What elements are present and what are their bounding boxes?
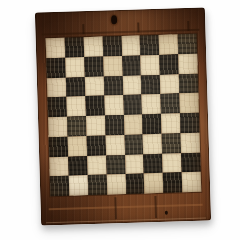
- board-square-dark: [179, 73, 198, 93]
- board-square-dark: [49, 136, 68, 156]
- board-square-light: [66, 96, 85, 116]
- board-square-light: [85, 76, 104, 96]
- board-square-light: [181, 132, 200, 152]
- board-square-light: [87, 155, 106, 175]
- board-square-dark: [141, 74, 160, 94]
- wooden-frame: [35, 8, 211, 226]
- board-square-light: [104, 95, 123, 115]
- board-square-light: [161, 113, 180, 133]
- board-square-light: [160, 74, 179, 94]
- board-square-light: [122, 75, 141, 95]
- photo-background: [0, 0, 240, 240]
- board-square-dark: [162, 133, 181, 153]
- board-square-dark: [140, 35, 159, 55]
- board-square-dark: [46, 57, 65, 77]
- board-square-light: [144, 173, 163, 193]
- board-square-light: [67, 136, 86, 156]
- board-square-light: [47, 77, 66, 97]
- board-square-dark: [85, 96, 104, 116]
- board-square-dark: [50, 176, 69, 196]
- board-square-light: [69, 175, 88, 195]
- board-square-dark: [125, 174, 144, 194]
- board-square-light: [178, 54, 197, 74]
- board-square-light: [123, 114, 142, 134]
- board-square-light: [105, 135, 124, 155]
- board-square-dark: [123, 95, 142, 115]
- board-square-light: [83, 37, 102, 57]
- board-square-light: [162, 153, 181, 173]
- board-square-dark: [106, 154, 125, 174]
- board-square-light: [65, 57, 84, 77]
- bottom-rail-joint: [114, 197, 116, 219]
- board-square-dark: [105, 115, 124, 135]
- board-square-dark: [180, 113, 199, 133]
- board-square-light: [159, 34, 178, 54]
- board-square-dark: [178, 34, 197, 54]
- hanging-hole: [111, 15, 117, 24]
- board-square-light: [141, 55, 160, 75]
- board-square-light: [103, 56, 122, 76]
- bottom-rail-joint: [154, 196, 156, 218]
- board-square-dark: [86, 135, 105, 155]
- board-square-light: [182, 172, 201, 192]
- board-square-dark: [102, 36, 121, 56]
- antique-checkerboard: [35, 8, 211, 226]
- board-square-dark: [87, 175, 106, 195]
- board-square-dark: [84, 56, 103, 76]
- board-square-dark: [143, 153, 162, 173]
- board-square-light: [121, 35, 140, 55]
- board-square-light: [125, 154, 144, 174]
- board-square-light: [46, 38, 65, 58]
- board-square-light: [86, 116, 105, 136]
- board-square-dark: [47, 97, 66, 117]
- top-rail-joint: [82, 24, 84, 34]
- nail-mark: [165, 211, 168, 215]
- board-square-light: [106, 174, 125, 194]
- board-square-light: [48, 117, 67, 137]
- board-square-dark: [163, 173, 182, 193]
- board-square-dark: [161, 94, 180, 114]
- top-rail-joint: [187, 21, 189, 31]
- board-square-dark: [181, 152, 200, 172]
- top-rail-joint: [137, 22, 139, 32]
- board-square-dark: [66, 77, 85, 97]
- board-square-light: [49, 156, 68, 176]
- board-square-dark: [103, 76, 122, 96]
- board-square-dark: [68, 156, 87, 176]
- bottom-rail-grain: [49, 204, 203, 210]
- board-square-dark: [159, 54, 178, 74]
- board-square-dark: [124, 134, 143, 154]
- board-square-dark: [67, 116, 86, 136]
- board-square-light: [143, 134, 162, 154]
- board-square-dark: [122, 55, 141, 75]
- board-square-dark: [142, 114, 161, 134]
- board-square-light: [179, 93, 198, 113]
- board-square-dark: [65, 37, 84, 57]
- checkerboard-grid: [45, 33, 203, 197]
- board-square-light: [142, 94, 161, 114]
- bottom-edge-highlight: [46, 217, 206, 223]
